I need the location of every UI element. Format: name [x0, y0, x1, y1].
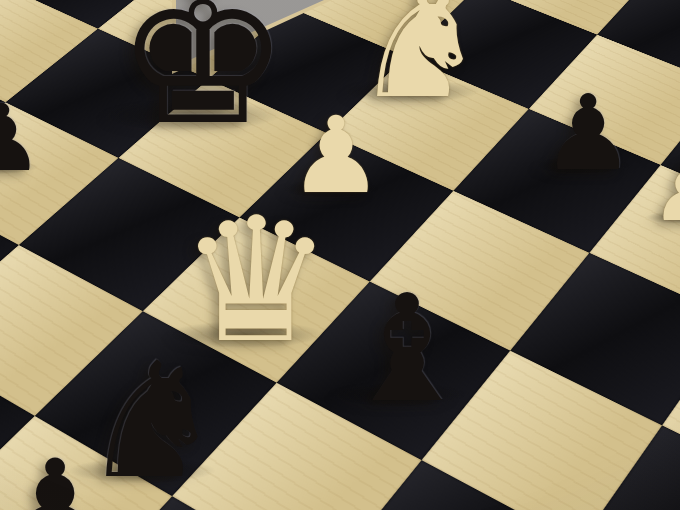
piece-black-king-d7[interactable]: ♚	[106, 0, 301, 152]
piece-white-pawn-partial-g8[interactable]: ♟	[647, 151, 680, 233]
pieces-layer: ♞♚♟♟♟♟♛♝♞♟	[0, 0, 680, 510]
white-pawn-partial-icon: ♟	[647, 151, 680, 233]
black-pawn-icon: ♟	[536, 81, 640, 185]
black-king-icon: ♚	[106, 0, 301, 152]
black-pawn-icon: ♟	[0, 443, 117, 510]
piece-black-bishop-f6[interactable]: ♝	[333, 275, 481, 423]
black-pawn-partial-icon: ♟	[0, 93, 48, 185]
black-bishop-icon: ♝	[333, 275, 481, 423]
piece-black-pawn-f8[interactable]: ♟	[536, 81, 640, 185]
piece-black-pawn-e4[interactable]: ♟	[0, 443, 117, 510]
chess-photo-scene: ♞♚♟♟♟♟♛♝♞♟	[0, 0, 680, 510]
piece-black-pawn-partial-c6[interactable]: ♟	[0, 93, 48, 185]
